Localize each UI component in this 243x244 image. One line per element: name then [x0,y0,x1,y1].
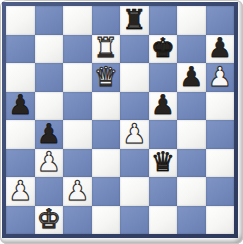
square-c4[interactable] [63,120,92,149]
square-f6[interactable] [149,63,178,92]
square-c8[interactable] [63,6,92,35]
piece-white-pawn: ♟ [208,63,232,90]
square-c3[interactable] [63,149,92,178]
piece-white-queen: ♛ [94,63,118,90]
square-h4[interactable] [206,120,235,149]
square-e7[interactable] [120,35,149,64]
square-f1[interactable] [149,206,178,235]
square-e4[interactable]: ♟ [120,120,149,149]
piece-white-pawn: ♟ [8,177,32,204]
chess-board: ♜♜♚♟♛♟♟♟♟♟♟♟♛♟♟♚ [6,6,234,234]
square-b3[interactable]: ♟ [35,149,64,178]
square-h6[interactable]: ♟ [206,63,235,92]
square-e1[interactable] [120,206,149,235]
piece-black-pawn: ♟ [208,34,232,61]
square-g8[interactable] [177,6,206,35]
square-e5[interactable] [120,92,149,121]
piece-white-pawn: ♟ [65,177,89,204]
piece-black-pawn: ♟ [151,91,175,118]
square-b4[interactable]: ♟ [35,120,64,149]
square-h5[interactable] [206,92,235,121]
square-h1[interactable] [206,206,235,235]
square-d1[interactable] [92,206,121,235]
square-d4[interactable] [92,120,121,149]
square-a6[interactable] [6,63,35,92]
piece-black-pawn: ♟ [179,63,203,90]
square-d6[interactable]: ♛ [92,63,121,92]
square-c6[interactable] [63,63,92,92]
square-b7[interactable] [35,35,64,64]
square-f5[interactable]: ♟ [149,92,178,121]
piece-black-rook: ♜ [122,6,146,33]
square-c1[interactable] [63,206,92,235]
square-a1[interactable] [6,206,35,235]
square-a8[interactable] [6,6,35,35]
square-d8[interactable] [92,6,121,35]
square-d5[interactable] [92,92,121,121]
square-f4[interactable] [149,120,178,149]
piece-black-king: ♚ [151,34,175,61]
photo-frame: ♜♜♚♟♛♟♟♟♟♟♟♟♛♟♟♚ [0,0,243,244]
square-a2[interactable]: ♟ [6,177,35,206]
square-c2[interactable]: ♟ [63,177,92,206]
square-f8[interactable] [149,6,178,35]
square-c7[interactable] [63,35,92,64]
square-g1[interactable] [177,206,206,235]
piece-white-pawn: ♟ [37,148,61,175]
square-h8[interactable] [206,6,235,35]
square-f7[interactable]: ♚ [149,35,178,64]
square-d7[interactable]: ♜ [92,35,121,64]
piece-white-king: ♚ [37,205,61,232]
square-a7[interactable] [6,35,35,64]
piece-black-pawn: ♟ [8,91,32,118]
square-e6[interactable] [120,63,149,92]
square-c5[interactable] [63,92,92,121]
square-b6[interactable] [35,63,64,92]
piece-white-rook: ♜ [94,34,118,61]
square-b2[interactable] [35,177,64,206]
square-h2[interactable] [206,177,235,206]
square-g5[interactable] [177,92,206,121]
square-g6[interactable]: ♟ [177,63,206,92]
square-e2[interactable] [120,177,149,206]
piece-black-queen: ♛ [151,148,175,175]
square-f3[interactable]: ♛ [149,149,178,178]
chess-board-frame: ♜♜♚♟♛♟♟♟♟♟♟♟♛♟♟♚ [2,2,238,238]
square-a5[interactable]: ♟ [6,92,35,121]
square-h3[interactable] [206,149,235,178]
piece-white-pawn: ♟ [122,120,146,147]
square-d2[interactable] [92,177,121,206]
square-f2[interactable] [149,177,178,206]
square-h7[interactable]: ♟ [206,35,235,64]
square-a4[interactable] [6,120,35,149]
square-b8[interactable] [35,6,64,35]
square-g3[interactable] [177,149,206,178]
square-b1[interactable]: ♚ [35,206,64,235]
square-g2[interactable] [177,177,206,206]
square-g4[interactable] [177,120,206,149]
square-b5[interactable] [35,92,64,121]
square-d3[interactable] [92,149,121,178]
square-a3[interactable] [6,149,35,178]
square-e8[interactable]: ♜ [120,6,149,35]
square-e3[interactable] [120,149,149,178]
square-g7[interactable] [177,35,206,64]
piece-black-pawn: ♟ [37,120,61,147]
